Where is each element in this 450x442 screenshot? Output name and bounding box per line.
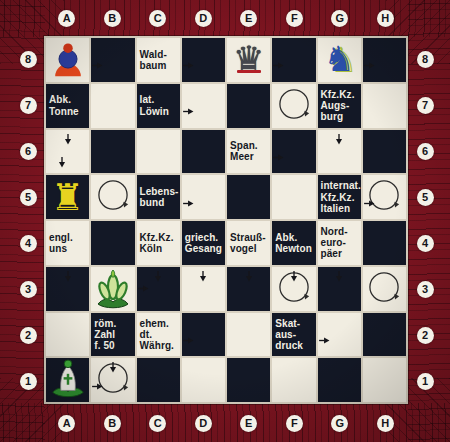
square-h2[interactable] <box>363 313 406 357</box>
square-g1[interactable] <box>318 358 361 402</box>
down-arrow-icon <box>154 268 163 286</box>
square-c4: Kfz.Kz.Köln <box>137 221 180 265</box>
file-label-g: G <box>331 10 348 27</box>
clue-text-d4: griech.Gesang <box>182 221 225 265</box>
square-c3[interactable] <box>137 267 180 311</box>
file-label-e: E <box>240 10 257 27</box>
square-b1[interactable] <box>91 358 134 402</box>
square-c1[interactable] <box>137 358 180 402</box>
rank-label-8: 8 <box>417 51 434 68</box>
square-e7[interactable] <box>227 84 270 128</box>
answer-circle-icon <box>364 267 404 311</box>
right-arrow-icon <box>138 279 149 297</box>
square-e4: Strauß-vogel <box>227 221 270 265</box>
clue-text-c2: ehem.dt.Währg. <box>137 313 180 357</box>
file-label-d: D <box>195 10 212 27</box>
down-arrow-icon <box>63 268 72 286</box>
square-c5: Lebens-bund <box>137 175 180 219</box>
square-e6: Span.Meer <box>227 130 270 174</box>
square-g8: ♞ <box>318 38 361 82</box>
square-a3[interactable] <box>46 267 89 311</box>
down-arrow-icon <box>108 359 117 377</box>
rank-label-6: 6 <box>20 143 37 160</box>
square-f2: Skat-aus-druck <box>272 313 315 357</box>
clue-text-f4: Abk.Newton <box>272 221 315 265</box>
file-label-f: F <box>286 415 303 432</box>
queen-piece-icon: ♛ <box>233 42 264 77</box>
file-labels-bottom: ABCDEFGH <box>44 406 408 440</box>
right-arrow-icon <box>273 56 284 74</box>
rank-label-1: 1 <box>417 373 434 390</box>
file-label-d: D <box>195 415 212 432</box>
square-f8[interactable] <box>272 38 315 82</box>
square-a8 <box>46 38 89 82</box>
square-a6[interactable] <box>46 130 89 174</box>
square-g2[interactable] <box>318 313 361 357</box>
file-label-b: B <box>104 415 121 432</box>
rook-piece-icon: ♜ <box>51 179 84 216</box>
pawn-piece-icon <box>49 41 87 79</box>
file-label-h: H <box>377 415 394 432</box>
square-a2[interactable] <box>46 313 89 357</box>
square-f6[interactable] <box>272 130 315 174</box>
rank-label-3: 3 <box>20 281 37 298</box>
square-d6[interactable] <box>182 130 225 174</box>
square-h3[interactable] <box>363 267 406 311</box>
square-b8[interactable] <box>91 38 134 82</box>
square-d7[interactable] <box>182 84 225 128</box>
file-label-h: H <box>377 10 394 27</box>
down-arrow-icon <box>335 268 344 286</box>
file-label-b: B <box>104 10 121 27</box>
square-h7[interactable] <box>363 84 406 128</box>
rank-label-4: 4 <box>20 235 37 252</box>
rank-label-4: 4 <box>417 235 434 252</box>
square-h5[interactable] <box>363 175 406 219</box>
file-label-f: F <box>286 10 303 27</box>
rank-label-1: 1 <box>20 373 37 390</box>
square-d5[interactable] <box>182 175 225 219</box>
clue-text-g5: internat.Kfz.Kz.Italien <box>318 175 361 219</box>
file-labels-top: ABCDEFGH <box>44 2 408 34</box>
right-arrow-icon <box>183 194 194 212</box>
clue-text-f2: Skat-aus-druck <box>272 313 315 357</box>
square-h4[interactable] <box>363 221 406 265</box>
right-arrow-icon <box>92 56 103 74</box>
rank-label-3: 3 <box>417 281 434 298</box>
square-d1[interactable] <box>182 358 225 402</box>
knight-piece-icon: ♞ <box>323 42 354 77</box>
square-f7[interactable] <box>272 84 315 128</box>
chess-crossword-puzzle: ABCDEFGH ABCDEFGH 87654321 87654321 Wald… <box>0 0 450 442</box>
square-e1[interactable] <box>227 358 270 402</box>
square-h6[interactable] <box>363 130 406 174</box>
square-b2: röm.Zahlf. 50 <box>91 313 134 357</box>
square-f5[interactable] <box>272 175 315 219</box>
square-b6[interactable] <box>91 130 134 174</box>
right-arrow-icon <box>183 56 194 74</box>
square-d2[interactable] <box>182 313 225 357</box>
clue-text-e4: Strauß-vogel <box>227 221 270 265</box>
right-arrow-icon <box>273 148 284 166</box>
down-arrow-icon <box>335 131 344 149</box>
down-arrow-icon <box>199 268 208 286</box>
answer-circle-icon <box>274 84 314 128</box>
file-label-e: E <box>240 415 257 432</box>
right-arrow-icon <box>183 331 194 349</box>
square-f4: Abk.Newton <box>272 221 315 265</box>
down-arrow-icon <box>58 154 67 172</box>
clue-text-c8: Wald-baum <box>137 38 180 82</box>
rank-label-7: 7 <box>417 97 434 114</box>
square-d8[interactable] <box>182 38 225 82</box>
rank-label-8: 8 <box>20 51 37 68</box>
square-g6[interactable] <box>318 130 361 174</box>
file-label-g: G <box>331 415 348 432</box>
square-g4: Nord-euro-päer <box>318 221 361 265</box>
board-grid: Wald-baum♛♞Abk.Tonnelat.LöwinKfz.Kz.Augs… <box>44 36 408 404</box>
right-arrow-icon <box>319 331 330 349</box>
square-b3 <box>91 267 134 311</box>
down-arrow-icon <box>289 268 298 286</box>
clue-text-g4: Nord-euro-päer <box>318 221 361 265</box>
down-arrow-icon <box>63 131 72 149</box>
right-arrow-icon <box>364 56 375 74</box>
square-c8: Wald-baum <box>137 38 180 82</box>
clue-text-e6: Span.Meer <box>227 130 270 174</box>
square-a7: Abk.Tonne <box>46 84 89 128</box>
square-c2: ehem.dt.Währg. <box>137 313 180 357</box>
square-d3[interactable] <box>182 267 225 311</box>
clue-text-c4: Kfz.Kz.Köln <box>137 221 180 265</box>
square-g7: Kfz.Kz.Augs-burg <box>318 84 361 128</box>
square-a4: engl.uns <box>46 221 89 265</box>
answer-circle-icon <box>93 175 133 219</box>
file-label-c: C <box>149 10 166 27</box>
square-e3[interactable] <box>227 267 270 311</box>
clue-text-g7: Kfz.Kz.Augs-burg <box>318 84 361 128</box>
square-b5[interactable] <box>91 175 134 219</box>
square-h1[interactable] <box>363 358 406 402</box>
file-label-a: A <box>58 415 75 432</box>
square-g3[interactable] <box>318 267 361 311</box>
square-a5: ♜ <box>46 175 89 219</box>
right-arrow-icon <box>183 102 194 120</box>
right-arrow-icon <box>364 194 375 212</box>
clue-text-a4: engl.uns <box>46 221 89 265</box>
clue-text-b2: röm.Zahlf. 50 <box>91 313 134 357</box>
square-a1 <box>46 358 89 402</box>
square-g5: internat.Kfz.Kz.Italien <box>318 175 361 219</box>
clue-text-c7: lat.Löwin <box>137 84 180 128</box>
clue-text-c5: Lebens-bund <box>137 175 180 219</box>
down-arrow-icon <box>244 268 253 286</box>
square-e8: ♛ <box>227 38 270 82</box>
rank-labels-left: 87654321 <box>18 36 38 404</box>
rank-label-7: 7 <box>20 97 37 114</box>
rank-label-5: 5 <box>417 189 434 206</box>
square-e2[interactable] <box>227 313 270 357</box>
square-b7[interactable] <box>91 84 134 128</box>
king-piece-icon <box>93 269 133 309</box>
square-e5[interactable] <box>227 175 270 219</box>
clue-text-a7: Abk.Tonne <box>46 84 89 128</box>
square-f3[interactable] <box>272 267 315 311</box>
rank-label-5: 5 <box>20 189 37 206</box>
rank-label-6: 6 <box>417 143 434 160</box>
square-b4[interactable] <box>91 221 134 265</box>
square-c6[interactable] <box>137 130 180 174</box>
bishop-piece-icon <box>49 359 87 401</box>
file-label-c: C <box>149 415 166 432</box>
rank-label-2: 2 <box>20 327 37 344</box>
square-h8[interactable] <box>363 38 406 82</box>
rank-label-2: 2 <box>417 327 434 344</box>
file-label-a: A <box>58 10 75 27</box>
rank-labels-right: 87654321 <box>415 36 435 404</box>
right-arrow-icon <box>92 377 103 395</box>
square-c7: lat.Löwin <box>137 84 180 128</box>
square-d4: griech.Gesang <box>182 221 225 265</box>
square-f1[interactable] <box>272 358 315 402</box>
